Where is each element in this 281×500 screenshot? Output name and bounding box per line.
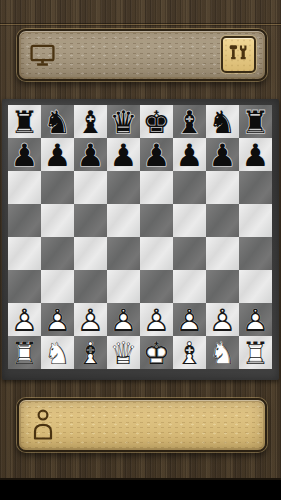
square-d7[interactable]: ♟♟ — [107, 138, 140, 171]
chess-app-screen: ♜♜♞♞♝♝♛♛♚♚♝♝♞♞♜♜♟♟♟♟♟♟♟♟♟♟♟♟♟♟♟♟♟♙♟♙♟♙♟♙… — [0, 0, 281, 500]
white-bishop: ♝♗ — [173, 336, 206, 369]
square-d1[interactable]: ♛♕ — [107, 336, 140, 369]
square-f1[interactable]: ♝♗ — [173, 336, 206, 369]
square-c6[interactable] — [74, 171, 107, 204]
bottom-black-strip — [0, 478, 281, 500]
black-pawn: ♟♟ — [239, 138, 272, 171]
square-b1[interactable]: ♞♘ — [41, 336, 74, 369]
square-c4[interactable] — [74, 237, 107, 270]
black-pawn: ♟♟ — [206, 138, 239, 171]
square-c2[interactable]: ♟♙ — [74, 303, 107, 336]
square-b7[interactable]: ♟♟ — [41, 138, 74, 171]
black-bishop: ♝♝ — [74, 105, 107, 138]
square-c3[interactable] — [74, 270, 107, 303]
white-pawn: ♟♙ — [206, 303, 239, 336]
square-e4[interactable] — [140, 237, 173, 270]
square-d2[interactable]: ♟♙ — [107, 303, 140, 336]
square-d4[interactable] — [107, 237, 140, 270]
black-knight: ♞♞ — [41, 105, 74, 138]
square-e8[interactable]: ♚♚ — [140, 105, 173, 138]
square-h4[interactable] — [239, 237, 272, 270]
black-bishop: ♝♝ — [173, 105, 206, 138]
square-a8[interactable]: ♜♜ — [8, 105, 41, 138]
square-h8[interactable]: ♜♜ — [239, 105, 272, 138]
square-h2[interactable]: ♟♙ — [239, 303, 272, 336]
wood-seam-line — [0, 23, 281, 26]
square-e6[interactable] — [140, 171, 173, 204]
square-a1[interactable]: ♜♖ — [8, 336, 41, 369]
black-queen: ♛♛ — [107, 105, 140, 138]
square-f4[interactable] — [173, 237, 206, 270]
square-g6[interactable] — [206, 171, 239, 204]
square-e5[interactable] — [140, 204, 173, 237]
square-c8[interactable]: ♝♝ — [74, 105, 107, 138]
square-g4[interactable] — [206, 237, 239, 270]
square-b2[interactable]: ♟♙ — [41, 303, 74, 336]
square-c7[interactable]: ♟♟ — [74, 138, 107, 171]
white-knight: ♞♘ — [206, 336, 239, 369]
white-rook: ♜♖ — [239, 336, 272, 369]
square-h6[interactable] — [239, 171, 272, 204]
square-d3[interactable] — [107, 270, 140, 303]
square-f7[interactable]: ♟♟ — [173, 138, 206, 171]
white-pawn: ♟♙ — [239, 303, 272, 336]
tools-icon — [227, 43, 250, 66]
square-f6[interactable] — [173, 171, 206, 204]
square-c5[interactable] — [74, 204, 107, 237]
square-d8[interactable]: ♛♛ — [107, 105, 140, 138]
square-c1[interactable]: ♝♗ — [74, 336, 107, 369]
black-knight: ♞♞ — [206, 105, 239, 138]
black-pawn: ♟♟ — [140, 138, 173, 171]
square-h7[interactable]: ♟♟ — [239, 138, 272, 171]
white-pawn: ♟♙ — [173, 303, 206, 336]
square-e3[interactable] — [140, 270, 173, 303]
square-d5[interactable] — [107, 204, 140, 237]
white-king: ♚♔ — [140, 336, 173, 369]
square-g3[interactable] — [206, 270, 239, 303]
black-pawn: ♟♟ — [107, 138, 140, 171]
square-e7[interactable]: ♟♟ — [140, 138, 173, 171]
computer-monitor-icon — [30, 44, 55, 67]
square-g8[interactable]: ♞♞ — [206, 105, 239, 138]
square-a3[interactable] — [8, 270, 41, 303]
square-a5[interactable] — [8, 204, 41, 237]
square-e2[interactable]: ♟♙ — [140, 303, 173, 336]
black-pawn: ♟♟ — [8, 138, 41, 171]
white-pawn: ♟♙ — [41, 303, 74, 336]
square-b5[interactable] — [41, 204, 74, 237]
player-panel — [17, 398, 267, 452]
square-d6[interactable] — [107, 171, 140, 204]
black-rook: ♜♜ — [239, 105, 272, 138]
square-h5[interactable] — [239, 204, 272, 237]
square-h1[interactable]: ♜♖ — [239, 336, 272, 369]
square-g1[interactable]: ♞♘ — [206, 336, 239, 369]
square-f2[interactable]: ♟♙ — [173, 303, 206, 336]
opponent-panel — [17, 29, 267, 81]
black-pawn: ♟♟ — [41, 138, 74, 171]
square-a7[interactable]: ♟♟ — [8, 138, 41, 171]
square-f5[interactable] — [173, 204, 206, 237]
chess-board-frame: ♜♜♞♞♝♝♛♛♚♚♝♝♞♞♜♜♟♟♟♟♟♟♟♟♟♟♟♟♟♟♟♟♟♙♟♙♟♙♟♙… — [2, 99, 279, 380]
black-pawn: ♟♟ — [173, 138, 206, 171]
white-queen: ♛♕ — [107, 336, 140, 369]
white-pawn: ♟♙ — [107, 303, 140, 336]
square-e1[interactable]: ♚♔ — [140, 336, 173, 369]
square-b4[interactable] — [41, 237, 74, 270]
square-a2[interactable]: ♟♙ — [8, 303, 41, 336]
square-b6[interactable] — [41, 171, 74, 204]
white-pawn: ♟♙ — [8, 303, 41, 336]
square-f8[interactable]: ♝♝ — [173, 105, 206, 138]
white-pawn: ♟♙ — [74, 303, 107, 336]
board-grid: ♜♜♞♞♝♝♛♛♚♚♝♝♞♞♜♜♟♟♟♟♟♟♟♟♟♟♟♟♟♟♟♟♟♙♟♙♟♙♟♙… — [8, 105, 272, 369]
white-bishop: ♝♗ — [74, 336, 107, 369]
square-g2[interactable]: ♟♙ — [206, 303, 239, 336]
square-g5[interactable] — [206, 204, 239, 237]
black-king: ♚♚ — [140, 105, 173, 138]
black-pawn: ♟♟ — [74, 138, 107, 171]
black-rook: ♜♜ — [8, 105, 41, 138]
human-player-icon — [32, 408, 54, 441]
square-b8[interactable]: ♞♞ — [41, 105, 74, 138]
square-a4[interactable] — [8, 237, 41, 270]
square-h3[interactable] — [239, 270, 272, 303]
white-knight: ♞♘ — [41, 336, 74, 369]
square-g7[interactable]: ♟♟ — [206, 138, 239, 171]
square-a6[interactable] — [8, 171, 41, 204]
settings-button[interactable] — [221, 36, 256, 73]
square-f3[interactable] — [173, 270, 206, 303]
white-rook: ♜♖ — [8, 336, 41, 369]
white-pawn: ♟♙ — [140, 303, 173, 336]
square-b3[interactable] — [41, 270, 74, 303]
